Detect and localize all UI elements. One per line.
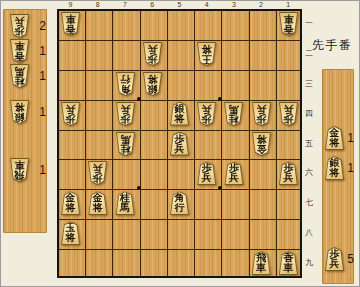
shogi-piece[interactable]: 香車 <box>278 12 299 36</box>
piece-face: 香車 <box>279 252 298 274</box>
piece-kanji: 兵 <box>66 104 76 114</box>
piece-face: 飛車 <box>10 159 29 181</box>
piece-kanji: 歩 <box>256 114 266 124</box>
piece-kanji: 香 <box>283 24 293 34</box>
piece-kanji: 将 <box>256 134 266 144</box>
piece-kanji: 桂 <box>120 144 130 154</box>
hand-count: 1 <box>34 105 46 119</box>
gote-hand-piece[interactable]: 飛車 <box>9 158 30 182</box>
piece-face: 歩兵 <box>143 43 162 65</box>
gote-piece-body: 角行 <box>115 72 136 96</box>
hand-count: 1 <box>342 161 354 175</box>
piece-kanji: 将 <box>93 203 103 213</box>
rank-label: 九 <box>303 248 315 278</box>
piece-kanji: 行 <box>175 203 185 213</box>
shogi-piece[interactable]: 歩兵 <box>87 161 108 185</box>
piece-kanji: 歩 <box>93 173 103 183</box>
rank-label: 五 <box>303 129 315 159</box>
piece-kanji: 兵 <box>175 144 185 154</box>
piece-kanji: 歩 <box>175 134 185 144</box>
piece-kanji: 兵 <box>283 173 293 183</box>
shogi-piece[interactable]: 香車 <box>60 12 81 36</box>
file-label: 6 <box>139 1 166 9</box>
piece-kanji: 車 <box>256 263 266 273</box>
gote-piece-body: 歩兵 <box>60 102 81 126</box>
piece-kanji: 金 <box>256 144 266 154</box>
piece-kanji: 歩 <box>15 26 25 36</box>
piece-face: 玉将 <box>61 222 80 244</box>
piece-kanji: 将 <box>147 74 157 84</box>
piece-kanji: 角 <box>120 84 130 94</box>
piece-face: 桂馬 <box>10 65 29 87</box>
shogi-app-window: 先手番 987654321一二三四五六七八九 香車香車歩兵王将角行銀将歩兵歩兵銀… <box>0 0 360 287</box>
piece-kanji: 将 <box>202 44 212 54</box>
piece-kanji: 兵 <box>330 259 340 269</box>
shogi-piece[interactable]: 玉将 <box>60 221 81 245</box>
piece-face: 歩兵 <box>10 15 29 37</box>
shogi-piece[interactable]: 金将 <box>251 132 272 156</box>
piece-face: 歩兵 <box>170 133 189 155</box>
file-label: 4 <box>193 1 220 9</box>
piece-face: 桂馬 <box>116 133 135 155</box>
piece-kanji: 歩 <box>66 114 76 124</box>
piece-face: 角行 <box>116 73 135 95</box>
file-label: 1 <box>275 1 302 9</box>
shogi-piece[interactable]: 歩兵 <box>196 161 217 185</box>
gote-piece-body: 歩兵 <box>87 161 108 185</box>
piece-face: 香車 <box>279 13 298 35</box>
piece-kanji: 馬 <box>229 104 239 114</box>
shogi-piece[interactable]: 歩兵 <box>169 132 190 156</box>
piece-kanji: 歩 <box>202 114 212 124</box>
piece-kanji: 香 <box>15 51 25 61</box>
shogi-piece[interactable]: 歩兵 <box>278 161 299 185</box>
rank-label: 八 <box>303 218 315 248</box>
shogi-piece[interactable]: 角行 <box>169 191 190 215</box>
gote-hand-piece[interactable]: 桂馬 <box>9 64 30 88</box>
piece-kanji: 兵 <box>93 163 103 173</box>
piece-kanji: 銀 <box>15 112 25 122</box>
piece-face: 歩兵 <box>88 162 107 184</box>
piece-kanji: 車 <box>283 14 293 24</box>
piece-kanji: 馬 <box>120 203 130 213</box>
gote-piece-body: 香車 <box>278 12 299 36</box>
shogi-piece[interactable]: 桂馬 <box>223 102 244 126</box>
piece-kanji: 将 <box>330 138 340 148</box>
gote-piece-body: 桂馬 <box>223 102 244 126</box>
piece-face: 歩兵 <box>116 103 135 125</box>
piece-kanji: 車 <box>66 14 76 24</box>
piece-kanji: 将 <box>66 233 76 243</box>
piece-face: 金将 <box>252 133 271 155</box>
shogi-piece[interactable]: 銀将 <box>142 72 163 96</box>
file-label: 3 <box>220 1 247 9</box>
piece-kanji: 馬 <box>15 66 25 76</box>
piece-kanji: 車 <box>283 263 293 273</box>
piece-kanji: 歩 <box>147 54 157 64</box>
piece-kanji: 香 <box>66 24 76 34</box>
piece-face: 金将 <box>61 192 80 214</box>
piece-kanji: 歩 <box>283 114 293 124</box>
rank-label: 七 <box>303 188 315 218</box>
gote-piece-body: 歩兵 <box>278 102 299 126</box>
piece-kanji: 桂 <box>229 114 239 124</box>
piece-kanji: 馬 <box>120 134 130 144</box>
piece-face: 銀将 <box>10 101 29 123</box>
sente-piece-body: 歩兵 <box>196 161 217 185</box>
shogi-piece[interactable]: 角行 <box>115 72 136 96</box>
shogi-piece[interactable]: 歩兵 <box>251 102 272 126</box>
piece-kanji: 歩 <box>120 114 130 124</box>
piece-kanji: 車 <box>15 41 25 51</box>
rank-label: 三 <box>303 69 315 99</box>
file-label: 8 <box>84 1 111 9</box>
piece-face: 銀将 <box>170 103 189 125</box>
piece-face: 歩兵 <box>279 162 298 184</box>
shogi-piece[interactable]: 金将 <box>87 191 108 215</box>
piece-kanji: 兵 <box>256 104 266 114</box>
sente-piece-body: 銀将 <box>169 102 190 126</box>
piece-face: 銀将 <box>143 73 162 95</box>
shogi-piece[interactable]: 桂馬 <box>115 191 136 215</box>
file-label: 5 <box>166 1 193 9</box>
sente-piece-body: 玉将 <box>60 221 81 245</box>
gote-piece-body: 香車 <box>9 39 30 63</box>
shogi-piece[interactable]: 歩兵 <box>60 102 81 126</box>
piece-kanji: 将 <box>175 114 185 124</box>
piece-kanji: 王 <box>202 54 212 64</box>
gote-piece-body: 歩兵 <box>9 14 30 38</box>
shogi-piece[interactable]: 香車 <box>278 251 299 275</box>
shogi-piece[interactable]: 歩兵 <box>223 161 244 185</box>
gote-hand-piece[interactable]: 香車 <box>9 39 30 63</box>
gote-piece-body: 銀将 <box>142 72 163 96</box>
piece-face: 角行 <box>170 192 189 214</box>
file-label: 9 <box>57 1 84 9</box>
piece-kanji: 兵 <box>120 104 130 114</box>
rank-label: 一 <box>303 9 315 39</box>
file-label: 7 <box>111 1 138 9</box>
shogi-piece[interactable]: 歩兵 <box>115 102 136 126</box>
shogi-piece[interactable]: 金将 <box>60 191 81 215</box>
gote-piece-body: 歩兵 <box>142 42 163 66</box>
piece-kanji: 兵 <box>147 44 157 54</box>
piece-face: 王将 <box>197 43 216 65</box>
piece-kanji: 兵 <box>202 104 212 114</box>
piece-face: 桂馬 <box>116 192 135 214</box>
sente-piece-body: 角行 <box>169 191 190 215</box>
piece-kanji: 兵 <box>15 16 25 26</box>
sente-piece-body: 歩兵 <box>223 161 244 185</box>
shogi-piece[interactable]: 飛車 <box>251 251 272 275</box>
sente-piece-body: 飛車 <box>251 251 272 275</box>
sente-piece-body: 歩兵 <box>278 161 299 185</box>
piece-face: 桂馬 <box>224 103 243 125</box>
piece-face: 香車 <box>61 13 80 35</box>
gote-piece-body: 金将 <box>251 132 272 156</box>
piece-kanji: 兵 <box>229 173 239 183</box>
gote-piece-body: 歩兵 <box>115 102 136 126</box>
piece-face: 歩兵 <box>197 162 216 184</box>
piece-face: 歩兵 <box>224 162 243 184</box>
shogi-piece[interactable]: 歩兵 <box>142 42 163 66</box>
gote-hand-piece[interactable]: 歩兵 <box>9 14 30 38</box>
shogi-piece[interactable]: 桂馬 <box>115 132 136 156</box>
piece-face: 歩兵 <box>252 103 271 125</box>
piece-kanji: 兵 <box>202 173 212 183</box>
piece-kanji: 行 <box>120 74 130 84</box>
sente-piece-body: 歩兵 <box>169 132 190 156</box>
shogi-piece[interactable]: 歩兵 <box>196 102 217 126</box>
sente-piece-body: 桂馬 <box>115 191 136 215</box>
gote-hand-piece[interactable]: 銀将 <box>9 100 30 124</box>
shogi-piece[interactable]: 歩兵 <box>278 102 299 126</box>
piece-kanji: 将 <box>66 203 76 213</box>
rank-label: 二 <box>303 39 315 69</box>
shogi-piece[interactable]: 銀将 <box>169 102 190 126</box>
piece-face: 歩兵 <box>279 103 298 125</box>
hand-count: 2 <box>34 19 46 33</box>
piece-face: 飛車 <box>252 252 271 274</box>
piece-face: 香車 <box>10 40 29 62</box>
sente-piece-body: 香車 <box>278 251 299 275</box>
piece-kanji: 兵 <box>283 104 293 114</box>
hand-count: 1 <box>34 44 46 58</box>
hand-count: 1 <box>342 131 354 145</box>
hand-count: 5 <box>342 252 354 266</box>
piece-face: 歩兵 <box>197 103 216 125</box>
gote-piece-body: 香車 <box>60 12 81 36</box>
gote-piece-body: 飛車 <box>9 158 30 182</box>
file-label: 2 <box>248 1 275 9</box>
rank-label: 四 <box>303 99 315 129</box>
gote-piece-body: 桂馬 <box>115 132 136 156</box>
gote-piece-body: 歩兵 <box>196 102 217 126</box>
piece-kanji: 将 <box>15 102 25 112</box>
piece-kanji: 車 <box>15 160 25 170</box>
sente-piece-body: 金将 <box>60 191 81 215</box>
piece-kanji: 飛 <box>15 170 25 180</box>
gote-piece-body: 桂馬 <box>9 64 30 88</box>
piece-kanji: 将 <box>330 168 340 178</box>
shogi-piece[interactable]: 王将 <box>196 42 217 66</box>
hand-count: 1 <box>34 69 46 83</box>
piece-face: 金将 <box>88 192 107 214</box>
rank-label: 六 <box>303 158 315 188</box>
hand-count: 1 <box>34 163 46 177</box>
hoshi-dot <box>137 97 141 101</box>
piece-kanji: 銀 <box>147 84 157 94</box>
piece-face: 歩兵 <box>61 103 80 125</box>
sente-piece-body: 金将 <box>87 191 108 215</box>
turn-indicator: 先手番 <box>312 37 358 54</box>
gote-piece-body: 銀将 <box>9 100 30 124</box>
gote-piece-body: 王将 <box>196 42 217 66</box>
piece-kanji: 桂 <box>15 76 25 86</box>
gote-piece-body: 歩兵 <box>251 102 272 126</box>
